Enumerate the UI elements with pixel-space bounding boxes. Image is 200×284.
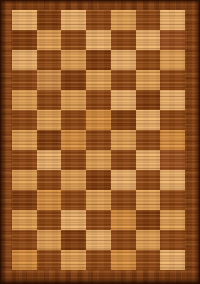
board-cell-r5c4[interactable]: [86, 90, 111, 110]
board-cell-r5c3[interactable]: [61, 90, 86, 110]
board-cell-r7c1[interactable]: [12, 130, 37, 150]
checkerboard: [12, 10, 185, 270]
board-cell-r11c7[interactable]: [160, 210, 185, 230]
board-cell-r1c7[interactable]: [160, 10, 185, 30]
board-cell-r12c7[interactable]: [160, 230, 185, 250]
board-cell-r10c6[interactable]: [136, 190, 161, 210]
board-cell-r11c5[interactable]: [111, 210, 136, 230]
board-cell-r6c7[interactable]: [160, 110, 185, 130]
board-cell-r5c5[interactable]: [111, 90, 136, 110]
board-cell-r4c7[interactable]: [160, 70, 185, 90]
board-cell-r13c5[interactable]: [111, 250, 136, 270]
board-cell-r1c4[interactable]: [86, 10, 111, 30]
board-cell-r3c2[interactable]: [37, 50, 62, 70]
board-cell-r1c3[interactable]: [61, 10, 86, 30]
board-cell-r11c6[interactable]: [136, 210, 161, 230]
board-cell-r2c1[interactable]: [12, 30, 37, 50]
board-cell-r2c7[interactable]: [160, 30, 185, 50]
board-cell-r11c1[interactable]: [12, 210, 37, 230]
board-cell-r12c5[interactable]: [111, 230, 136, 250]
board-cell-r13c7[interactable]: [160, 250, 185, 270]
board-cell-r2c5[interactable]: [111, 30, 136, 50]
board-cell-r6c1[interactable]: [12, 110, 37, 130]
board-cell-r3c4[interactable]: [86, 50, 111, 70]
board-cell-r10c4[interactable]: [86, 190, 111, 210]
board-cell-r10c3[interactable]: [61, 190, 86, 210]
board-cell-r8c6[interactable]: [136, 150, 161, 170]
board-cell-r11c3[interactable]: [61, 210, 86, 230]
board-cell-r11c2[interactable]: [37, 210, 62, 230]
board-cell-r9c4[interactable]: [86, 170, 111, 190]
board-cell-r3c3[interactable]: [61, 50, 86, 70]
board-cell-r5c2[interactable]: [37, 90, 62, 110]
board-cell-r3c7[interactable]: [160, 50, 185, 70]
board-cell-r8c1[interactable]: [12, 150, 37, 170]
board-cell-r8c4[interactable]: [86, 150, 111, 170]
board-cell-r1c2[interactable]: [37, 10, 62, 30]
board-cell-r1c1[interactable]: [12, 10, 37, 30]
board-cell-r13c2[interactable]: [37, 250, 62, 270]
board-cell-r13c3[interactable]: [61, 250, 86, 270]
board-cell-r5c1[interactable]: [12, 90, 37, 110]
board-cell-r3c1[interactable]: [12, 50, 37, 70]
board-cell-r10c2[interactable]: [37, 190, 62, 210]
board-cell-r9c7[interactable]: [160, 170, 185, 190]
board-cell-r10c5[interactable]: [111, 190, 136, 210]
board-cell-r9c6[interactable]: [136, 170, 161, 190]
board-cell-r4c3[interactable]: [61, 70, 86, 90]
board-cell-r2c3[interactable]: [61, 30, 86, 50]
board-cell-r4c1[interactable]: [12, 70, 37, 90]
board-cell-r3c6[interactable]: [136, 50, 161, 70]
board-cell-r11c4[interactable]: [86, 210, 111, 230]
board-cell-r1c6[interactable]: [136, 10, 161, 30]
board-cell-r9c3[interactable]: [61, 170, 86, 190]
board-cell-r4c6[interactable]: [136, 70, 161, 90]
board-cell-r2c4[interactable]: [86, 30, 111, 50]
board-cell-r7c2[interactable]: [37, 130, 62, 150]
board-cell-r8c7[interactable]: [160, 150, 185, 170]
board-cell-r7c6[interactable]: [136, 130, 161, 150]
board-cell-r4c2[interactable]: [37, 70, 62, 90]
board-cell-r7c5[interactable]: [111, 130, 136, 150]
board-cell-r13c1[interactable]: [12, 250, 37, 270]
board-cell-r2c2[interactable]: [37, 30, 62, 50]
board-cell-r6c2[interactable]: [37, 110, 62, 130]
board-cell-r10c7[interactable]: [160, 190, 185, 210]
board-cell-r3c5[interactable]: [111, 50, 136, 70]
board-cell-r12c1[interactable]: [12, 230, 37, 250]
board-cell-r9c2[interactable]: [37, 170, 62, 190]
board-cell-r6c3[interactable]: [61, 110, 86, 130]
board-cell-r9c1[interactable]: [12, 170, 37, 190]
board-cell-r10c1[interactable]: [12, 190, 37, 210]
board-cell-r1c5[interactable]: [111, 10, 136, 30]
board-cell-r13c4[interactable]: [86, 250, 111, 270]
board-cell-r4c5[interactable]: [111, 70, 136, 90]
board-cell-r7c7[interactable]: [160, 130, 185, 150]
board-cell-r6c4[interactable]: [86, 110, 111, 130]
board-cell-r12c4[interactable]: [86, 230, 111, 250]
board-cell-r6c6[interactable]: [136, 110, 161, 130]
board-cell-r13c6[interactable]: [136, 250, 161, 270]
checkerboard-rug: [0, 0, 200, 284]
board-cell-r12c6[interactable]: [136, 230, 161, 250]
board-cell-r5c7[interactable]: [160, 90, 185, 110]
board-cell-r12c2[interactable]: [37, 230, 62, 250]
board-cell-r7c3[interactable]: [61, 130, 86, 150]
board-cell-r6c5[interactable]: [111, 110, 136, 130]
board-cell-r8c3[interactable]: [61, 150, 86, 170]
board-cell-r4c4[interactable]: [86, 70, 111, 90]
board-cell-r12c3[interactable]: [61, 230, 86, 250]
board-cell-r2c6[interactable]: [136, 30, 161, 50]
board-cell-r5c6[interactable]: [136, 90, 161, 110]
board-cell-r8c2[interactable]: [37, 150, 62, 170]
board-cell-r7c4[interactable]: [86, 130, 111, 150]
board-cell-r9c5[interactable]: [111, 170, 136, 190]
board-cell-r8c5[interactable]: [111, 150, 136, 170]
